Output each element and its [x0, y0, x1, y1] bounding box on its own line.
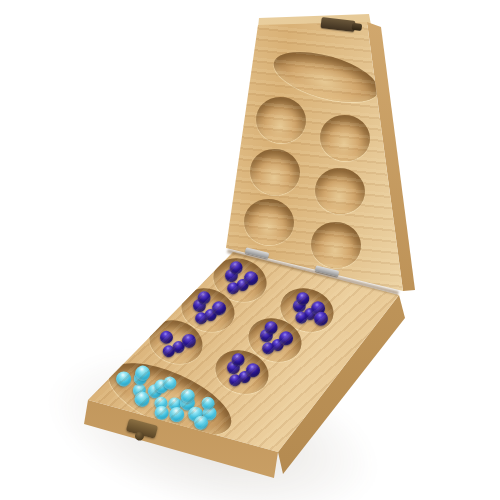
- base-pit-right-1: [275, 282, 339, 339]
- stone-purple: [196, 290, 212, 306]
- stone-teal: [167, 396, 184, 413]
- stone-purple: [302, 307, 317, 322]
- stone-purple: [291, 298, 307, 314]
- stone-purple: [194, 311, 209, 326]
- stone-purple: [203, 307, 218, 322]
- stone-purple: [228, 373, 243, 388]
- stone-purple: [180, 332, 198, 350]
- stone-teal: [152, 377, 170, 395]
- stone-teal: [131, 381, 148, 398]
- stone-purple: [226, 281, 241, 296]
- base-pit-left-3: [144, 314, 208, 371]
- base-pit-right-3: [210, 344, 274, 401]
- stone-teal: [114, 370, 134, 390]
- stone-teal: [199, 395, 216, 412]
- lid-pit-right-2: [311, 164, 368, 218]
- stone-purple: [261, 341, 276, 356]
- stone-teal: [146, 382, 164, 400]
- lid-store: [268, 42, 383, 112]
- stone-purple: [243, 270, 261, 288]
- base-pit-left-2: [176, 282, 240, 339]
- stone-purple: [225, 360, 241, 376]
- stone-purple: [270, 337, 285, 352]
- stone-teal: [186, 404, 206, 424]
- stone-purple: [228, 260, 244, 276]
- base-pit-right-2: [243, 312, 307, 369]
- stone-purple: [211, 300, 229, 318]
- stone-purple: [245, 362, 263, 380]
- stone-purple: [230, 352, 246, 368]
- stone-teal: [153, 395, 170, 412]
- stone-teal: [200, 404, 218, 422]
- stone-purple: [312, 310, 330, 328]
- stone-purple: [235, 277, 250, 292]
- stone-teal: [131, 370, 148, 387]
- stone-purple: [191, 298, 207, 314]
- stone-purple: [237, 369, 252, 384]
- stone-teal: [133, 389, 153, 409]
- stone-purple: [223, 268, 239, 284]
- lid-pit-left-3: [240, 195, 297, 249]
- stone-purple: [258, 328, 274, 344]
- stone-purple: [278, 330, 296, 348]
- lid-pit-left-2: [246, 145, 303, 199]
- stone-purple: [263, 320, 279, 336]
- stone-purple: [295, 291, 311, 307]
- stone-purple: [161, 344, 176, 359]
- stone-purple: [171, 340, 186, 355]
- lid-pit-right-1: [316, 111, 373, 165]
- stone-purple: [309, 300, 327, 318]
- lid-pit-left-1: [252, 93, 309, 147]
- stone-teal: [167, 404, 187, 424]
- stone-teal: [178, 387, 196, 405]
- mancala-product-photo: [0, 0, 500, 500]
- latch-hook-icon: [351, 23, 362, 31]
- stone-teal: [132, 363, 152, 383]
- stone-purple: [293, 310, 308, 325]
- stone-purple: [158, 329, 174, 345]
- stone-teal: [178, 393, 198, 413]
- lid-pit-right-3: [307, 218, 364, 272]
- stone-teal: [161, 375, 178, 392]
